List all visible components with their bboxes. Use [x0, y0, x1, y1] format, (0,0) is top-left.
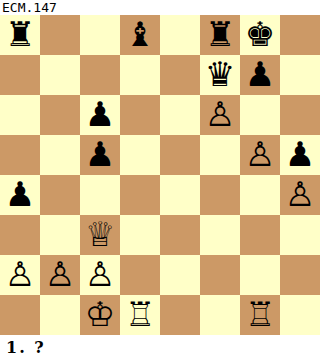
square-b4[interactable] — [40, 175, 80, 215]
piece-black-queen: ♛ — [205, 54, 235, 94]
square-b5[interactable] — [40, 135, 80, 175]
piece-black-pawn: ♟ — [245, 54, 275, 94]
square-h3[interactable] — [280, 215, 320, 255]
piece-white-king: ♔ — [85, 294, 115, 334]
square-f3[interactable] — [200, 215, 240, 255]
square-d2[interactable] — [120, 255, 160, 295]
square-e2[interactable] — [160, 255, 200, 295]
square-h4[interactable]: ♙ — [280, 175, 320, 215]
square-f8[interactable]: ♜ — [200, 15, 240, 55]
square-a2[interactable]: ♙ — [0, 255, 40, 295]
square-g5[interactable]: ♙ — [240, 135, 280, 175]
square-c4[interactable] — [80, 175, 120, 215]
square-b6[interactable] — [40, 95, 80, 135]
square-h8[interactable] — [280, 15, 320, 55]
piece-black-rook: ♜ — [5, 14, 35, 54]
square-c5[interactable]: ♟ — [80, 135, 120, 175]
square-h2[interactable] — [280, 255, 320, 295]
piece-white-pawn: ♙ — [5, 254, 35, 294]
puzzle-title: ECM.147 — [0, 0, 320, 15]
square-e4[interactable] — [160, 175, 200, 215]
chess-app-window: ECM.147 ♜♝♜♚♛♟♟♙♟♙♟♟♙♕♙♙♙♔♖♖ 1. ? — [0, 0, 320, 360]
square-a3[interactable] — [0, 215, 40, 255]
square-e7[interactable] — [160, 55, 200, 95]
square-d3[interactable] — [120, 215, 160, 255]
square-f1[interactable] — [200, 295, 240, 335]
piece-black-rook: ♜ — [205, 14, 235, 54]
square-d8[interactable]: ♝ — [120, 15, 160, 55]
square-h6[interactable] — [280, 95, 320, 135]
piece-black-bishop: ♝ — [125, 14, 155, 54]
square-b2[interactable]: ♙ — [40, 255, 80, 295]
square-g2[interactable] — [240, 255, 280, 295]
square-g7[interactable]: ♟ — [240, 55, 280, 95]
piece-black-pawn: ♟ — [85, 94, 115, 134]
square-c8[interactable] — [80, 15, 120, 55]
square-b7[interactable] — [40, 55, 80, 95]
piece-white-pawn: ♙ — [45, 254, 75, 294]
square-g6[interactable] — [240, 95, 280, 135]
square-f5[interactable] — [200, 135, 240, 175]
chess-board: ♜♝♜♚♛♟♟♙♟♙♟♟♙♕♙♙♙♔♖♖ — [0, 15, 320, 335]
piece-white-pawn: ♙ — [85, 254, 115, 294]
square-e3[interactable] — [160, 215, 200, 255]
move-prompt: 1. ? — [0, 335, 320, 360]
square-a6[interactable] — [0, 95, 40, 135]
square-c6[interactable]: ♟ — [80, 95, 120, 135]
square-f6[interactable]: ♙ — [200, 95, 240, 135]
piece-white-pawn: ♙ — [245, 134, 275, 174]
square-d5[interactable] — [120, 135, 160, 175]
square-b1[interactable] — [40, 295, 80, 335]
square-d7[interactable] — [120, 55, 160, 95]
square-b3[interactable] — [40, 215, 80, 255]
square-d6[interactable] — [120, 95, 160, 135]
piece-white-rook: ♖ — [245, 294, 275, 334]
square-f2[interactable] — [200, 255, 240, 295]
square-a8[interactable]: ♜ — [0, 15, 40, 55]
piece-white-queen: ♕ — [85, 214, 115, 254]
square-a7[interactable] — [0, 55, 40, 95]
square-e5[interactable] — [160, 135, 200, 175]
piece-black-pawn: ♟ — [5, 174, 35, 214]
piece-white-pawn: ♙ — [285, 174, 315, 214]
square-c7[interactable] — [80, 55, 120, 95]
square-f7[interactable]: ♛ — [200, 55, 240, 95]
square-e1[interactable] — [160, 295, 200, 335]
square-c1[interactable]: ♔ — [80, 295, 120, 335]
square-f4[interactable] — [200, 175, 240, 215]
square-c2[interactable]: ♙ — [80, 255, 120, 295]
square-a1[interactable] — [0, 295, 40, 335]
square-a5[interactable] — [0, 135, 40, 175]
square-e8[interactable] — [160, 15, 200, 55]
piece-black-pawn: ♟ — [285, 134, 315, 174]
piece-white-pawn: ♙ — [205, 94, 235, 134]
square-d1[interactable]: ♖ — [120, 295, 160, 335]
piece-white-rook: ♖ — [125, 294, 155, 334]
square-g1[interactable]: ♖ — [240, 295, 280, 335]
square-h7[interactable] — [280, 55, 320, 95]
square-b8[interactable] — [40, 15, 80, 55]
square-a4[interactable]: ♟ — [0, 175, 40, 215]
square-g4[interactable] — [240, 175, 280, 215]
piece-black-king: ♚ — [245, 14, 275, 54]
square-d4[interactable] — [120, 175, 160, 215]
square-h1[interactable] — [280, 295, 320, 335]
square-e6[interactable] — [160, 95, 200, 135]
square-h5[interactable]: ♟ — [280, 135, 320, 175]
piece-black-pawn: ♟ — [85, 134, 115, 174]
square-c3[interactable]: ♕ — [80, 215, 120, 255]
square-g3[interactable] — [240, 215, 280, 255]
square-g8[interactable]: ♚ — [240, 15, 280, 55]
